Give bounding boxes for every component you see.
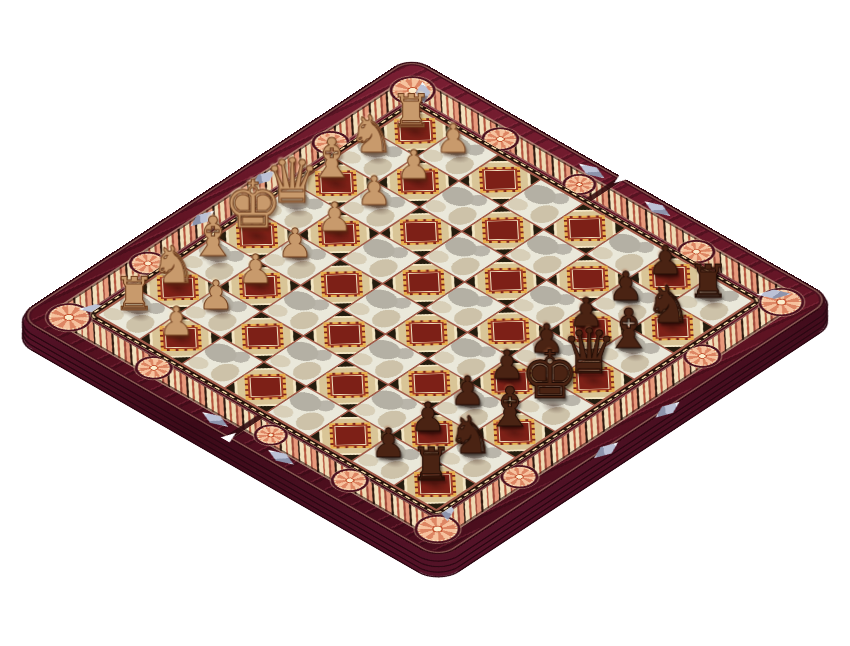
chess-set-product-photo: ♜♟♟♜♞♟♟♞♝♟♟♝♛♟♟♛♚♟♟♚♝♟♟♝♞♟♟♞♜♟♟♜ xyxy=(0,0,850,646)
piece-white-pawn[interactable]: ♟ xyxy=(140,301,212,341)
chess-board-3d: ♜♟♟♜♞♟♟♞♝♟♟♝♛♟♟♛♚♟♟♚♝♟♟♝♞♟♟♞♜♟♟♜ xyxy=(15,56,835,561)
folding-mosaic-board: ♜♟♟♜♞♟♟♞♝♟♟♝♛♟♟♛♚♟♟♚♝♟♟♝♞♟♟♞♜♟♟♜ xyxy=(15,56,835,561)
piece-black-rook[interactable]: ♜ xyxy=(395,441,467,487)
